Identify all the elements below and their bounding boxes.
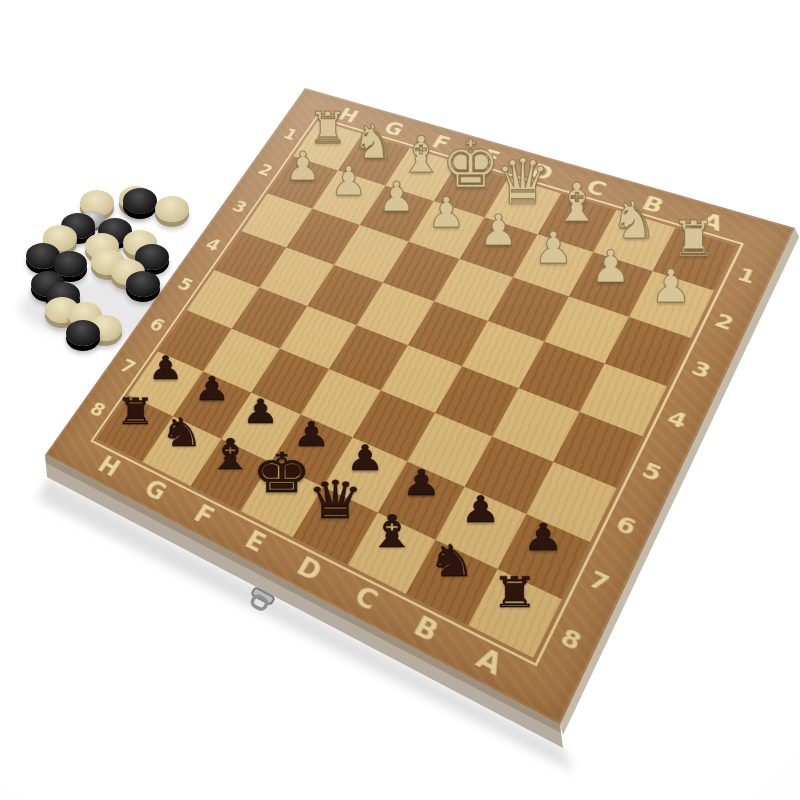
chess-set-photo: HGFEDCBA HGFEDCBA 12345678 12345678 ♜♞♝♛…	[0, 0, 800, 800]
